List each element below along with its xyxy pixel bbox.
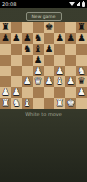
piece-black-pawn: ♟ <box>44 44 55 55</box>
square-a5[interactable] <box>0 55 11 66</box>
square-d6[interactable]: ♝ <box>33 44 44 55</box>
square-e5[interactable] <box>44 55 55 66</box>
chess-board[interactable]: ♜♚♜♟♟♟♞♟♟♟♞♝♟♟♟♟♞♟♛♟♝♟♛♟♟♟♜♞♝♜♚ <box>0 22 87 109</box>
piece-white-knight: ♞ <box>76 66 87 77</box>
square-c3[interactable]: ♟ <box>22 76 33 87</box>
square-f4[interactable]: ♟ <box>54 66 65 77</box>
square-a2[interactable]: ♟ <box>0 87 11 98</box>
square-f6[interactable] <box>54 44 65 55</box>
square-b7[interactable]: ♟ <box>11 33 22 44</box>
square-b1[interactable]: ♞ <box>11 98 22 109</box>
piece-white-bishop: ♝ <box>54 76 65 87</box>
piece-black-knight: ♞ <box>22 44 33 55</box>
status-icons <box>69 2 85 7</box>
status-bar: 20:08 <box>0 0 87 8</box>
square-e8[interactable]: ♚ <box>44 22 55 33</box>
square-b3[interactable] <box>11 76 22 87</box>
square-a8[interactable]: ♜ <box>0 22 11 33</box>
square-e3[interactable]: ♟ <box>44 76 55 87</box>
piece-white-pawn: ♟ <box>0 87 11 98</box>
square-c5[interactable] <box>22 55 33 66</box>
square-g3[interactable]: ♟ <box>65 76 76 87</box>
piece-black-pawn: ♟ <box>54 33 65 44</box>
square-h2[interactable]: ♟ <box>76 87 87 98</box>
square-e6[interactable]: ♟ <box>44 44 55 55</box>
turn-indicator: White to move <box>0 111 87 118</box>
square-h7[interactable]: ♟ <box>76 33 87 44</box>
square-f3[interactable]: ♝ <box>54 76 65 87</box>
piece-black-pawn: ♟ <box>0 33 11 44</box>
piece-white-rook: ♜ <box>54 98 65 109</box>
square-a7[interactable]: ♟ <box>0 33 11 44</box>
piece-black-pawn: ♟ <box>65 33 76 44</box>
square-h5[interactable] <box>76 55 87 66</box>
square-g6[interactable] <box>65 44 76 55</box>
square-b2[interactable]: ♟ <box>11 87 22 98</box>
square-a1[interactable]: ♜ <box>0 98 11 109</box>
square-b4[interactable] <box>11 66 22 77</box>
square-h3[interactable]: ♛ <box>76 76 87 87</box>
square-d4[interactable]: ♟ <box>33 66 44 77</box>
piece-black-bishop: ♝ <box>33 44 44 55</box>
square-d8[interactable] <box>33 22 44 33</box>
square-g7[interactable]: ♟ <box>65 33 76 44</box>
square-f8[interactable] <box>54 22 65 33</box>
square-a6[interactable] <box>0 44 11 55</box>
piece-black-pawn: ♟ <box>11 33 22 44</box>
square-b6[interactable] <box>11 44 22 55</box>
piece-white-king: ♚ <box>65 98 76 109</box>
piece-black-pawn: ♟ <box>76 33 87 44</box>
piece-white-knight: ♞ <box>11 98 22 109</box>
status-clock: 20:08 <box>2 0 16 8</box>
square-c6[interactable]: ♞ <box>22 44 33 55</box>
piece-white-pawn: ♟ <box>54 66 65 77</box>
piece-black-queen: ♛ <box>76 76 87 87</box>
piece-black-rook: ♜ <box>76 22 87 33</box>
square-h6[interactable] <box>76 44 87 55</box>
square-c2[interactable] <box>22 87 33 98</box>
piece-white-bishop: ♝ <box>22 98 33 109</box>
battery-icon <box>82 2 85 7</box>
piece-white-pawn: ♟ <box>11 87 22 98</box>
square-h8[interactable]: ♜ <box>76 22 87 33</box>
piece-white-pawn: ♟ <box>33 66 44 77</box>
square-b5[interactable] <box>11 55 22 66</box>
square-f2[interactable] <box>54 87 65 98</box>
square-e4[interactable] <box>44 66 55 77</box>
square-d3[interactable]: ♛ <box>33 76 44 87</box>
square-d7[interactable]: ♞ <box>33 33 44 44</box>
square-d1[interactable] <box>33 98 44 109</box>
wifi-icon <box>69 2 75 6</box>
app-screen: 20:08 New game ♜♚♜♟♟♟♞♟♟♟♞♝♟♟♟♟♞♟♛♟♝♟♛♟♟… <box>0 0 87 182</box>
piece-black-knight: ♞ <box>33 33 44 44</box>
square-g8[interactable] <box>65 22 76 33</box>
piece-black-rook: ♜ <box>0 22 11 33</box>
square-f5[interactable] <box>54 55 65 66</box>
piece-white-queen: ♛ <box>33 76 44 87</box>
square-c1[interactable]: ♝ <box>22 98 33 109</box>
piece-black-pawn: ♟ <box>33 55 44 66</box>
square-d5[interactable]: ♟ <box>33 55 44 66</box>
square-g4[interactable] <box>65 66 76 77</box>
square-c4[interactable] <box>22 66 33 77</box>
square-a3[interactable] <box>0 76 11 87</box>
square-h4[interactable]: ♞ <box>76 66 87 77</box>
piece-white-pawn: ♟ <box>76 87 87 98</box>
square-e1[interactable] <box>44 98 55 109</box>
square-g1[interactable]: ♚ <box>65 98 76 109</box>
square-b8[interactable] <box>11 22 22 33</box>
piece-black-king: ♚ <box>44 22 55 33</box>
square-g5[interactable] <box>65 55 76 66</box>
piece-white-pawn: ♟ <box>44 76 55 87</box>
square-g2[interactable] <box>65 87 76 98</box>
new-game-button[interactable]: New game <box>25 12 61 21</box>
square-c8[interactable] <box>22 22 33 33</box>
piece-white-pawn: ♟ <box>22 76 33 87</box>
signal-icon <box>77 2 80 6</box>
piece-black-pawn: ♟ <box>22 33 33 44</box>
square-d2[interactable] <box>33 87 44 98</box>
square-h1[interactable] <box>76 98 87 109</box>
square-f7[interactable]: ♟ <box>54 33 65 44</box>
square-e7[interactable] <box>44 33 55 44</box>
square-c7[interactable]: ♟ <box>22 33 33 44</box>
square-e2[interactable] <box>44 87 55 98</box>
piece-white-pawn: ♟ <box>65 76 76 87</box>
piece-white-rook: ♜ <box>0 98 11 109</box>
square-a4[interactable] <box>0 66 11 77</box>
square-f1[interactable]: ♜ <box>54 98 65 109</box>
